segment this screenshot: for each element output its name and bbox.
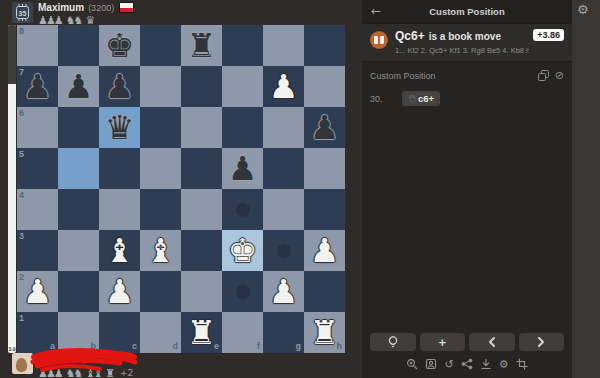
square-g6[interactable] — [263, 107, 304, 148]
square-d6[interactable] — [140, 107, 181, 148]
square-h6[interactable]: ♟ — [304, 107, 345, 148]
square-h5[interactable] — [304, 148, 345, 189]
black-pawn[interactable]: ♟ — [64, 66, 94, 107]
player-rating-top: (3200) — [88, 3, 114, 13]
hint-button[interactable] — [370, 333, 416, 351]
white-pawn[interactable]: ♟ — [269, 66, 299, 107]
square-d7[interactable] — [140, 66, 181, 107]
redaction-scribble — [28, 348, 140, 378]
square-b8[interactable] — [58, 25, 99, 66]
square-a5[interactable]: 5 — [17, 148, 58, 189]
settings-gear-icon[interactable]: ⚙ — [499, 359, 509, 370]
move-number: 30. — [370, 94, 402, 104]
analysis-panel: ← Custom Position Qc6+ is a book move 1.… — [362, 0, 572, 378]
move-list-row: 30. ♛ c6+ — [362, 85, 572, 112]
white-pawn[interactable]: ♟ — [310, 230, 340, 271]
square-c3[interactable]: ♝ — [99, 230, 140, 271]
engine-move: Qc6+ — [395, 29, 425, 43]
square-a7[interactable]: 7♟ — [17, 66, 58, 107]
square-c4[interactable] — [99, 189, 140, 230]
copy-boards-icon[interactable] — [538, 70, 549, 81]
prev-move-button[interactable] — [469, 333, 515, 351]
panel-toolbar: + — [362, 333, 572, 351]
white-pawn[interactable]: ♟ — [105, 271, 135, 312]
reset-icon[interactable]: ↺ — [444, 359, 453, 370]
square-b1[interactable]: b — [58, 312, 99, 353]
black-queen[interactable]: ♛ — [105, 107, 135, 148]
square-a6[interactable]: 6 — [17, 107, 58, 148]
square-c1[interactable]: c — [99, 312, 140, 353]
square-h7[interactable] — [304, 66, 345, 107]
square-a4[interactable]: 4 — [17, 189, 58, 230]
square-g1[interactable]: g — [263, 312, 304, 353]
add-move-button[interactable]: + — [420, 333, 466, 351]
square-h4[interactable] — [304, 189, 345, 230]
square-d3[interactable]: ♝ — [140, 230, 181, 271]
move-hint-dot — [236, 203, 250, 217]
white-rook[interactable]: ♜ — [310, 312, 340, 353]
pieces-icon[interactable] — [425, 358, 437, 370]
square-f1[interactable]: f — [222, 312, 263, 353]
white-pawn[interactable]: ♟ — [269, 271, 299, 312]
square-d8[interactable] — [140, 25, 181, 66]
crop-icon[interactable] — [516, 358, 528, 370]
eval-bar-value: 3.9 — [8, 346, 16, 352]
svg-text:35: 35 — [19, 10, 27, 17]
square-e1[interactable]: e♜ — [181, 312, 222, 353]
square-e8[interactable]: ♜ — [181, 25, 222, 66]
file-label-f: f — [257, 342, 260, 351]
square-g7[interactable]: ♟ — [263, 66, 304, 107]
download-icon[interactable] — [480, 358, 492, 370]
white-rook[interactable]: ♜ — [187, 312, 217, 353]
square-g8[interactable] — [263, 25, 304, 66]
square-a2[interactable]: 2♟ — [17, 271, 58, 312]
chevron-left-icon — [487, 336, 497, 348]
square-a8[interactable]: 8 — [17, 25, 58, 66]
book-icon — [370, 31, 388, 49]
square-f2[interactable] — [222, 271, 263, 312]
square-e3[interactable] — [181, 230, 222, 271]
move-hint-dot — [277, 244, 291, 258]
panel-footer-icons: ↺ ⚙ — [362, 356, 572, 372]
square-f3[interactable]: ♚ — [222, 230, 263, 271]
black-pawn[interactable]: ♟ — [105, 66, 135, 107]
file-label-g: g — [296, 342, 302, 351]
square-e6[interactable] — [181, 107, 222, 148]
square-c2[interactable]: ♟ — [99, 271, 140, 312]
square-f5[interactable]: ♟ — [222, 148, 263, 189]
square-h3[interactable]: ♟ — [304, 230, 345, 271]
square-a1[interactable]: 1a — [17, 312, 58, 353]
square-c5[interactable] — [99, 148, 140, 189]
section-title: Custom Position — [370, 71, 538, 81]
next-move-button[interactable] — [519, 333, 565, 351]
black-king[interactable]: ♚ — [105, 25, 135, 66]
eval-badge: +3.86 — [533, 29, 564, 41]
square-d5[interactable] — [140, 148, 181, 189]
square-g2[interactable]: ♟ — [263, 271, 304, 312]
engine-move-note: is a book move — [429, 31, 501, 42]
back-arrow-icon[interactable]: ← — [371, 4, 381, 18]
eval-bar-black-segment — [8, 25, 16, 84]
black-pawn[interactable]: ♟ — [23, 66, 53, 107]
player-name-top[interactable]: Maximum — [38, 2, 84, 13]
white-pawn[interactable]: ♟ — [23, 271, 53, 312]
black-pawn[interactable]: ♟ — [228, 148, 258, 189]
move-hint-dot — [236, 285, 250, 299]
collapsed-sidebar-strip: ⚙ — [572, 0, 600, 378]
white-bishop[interactable]: ♝ — [105, 230, 135, 271]
panel-header: ← Custom Position — [362, 0, 572, 24]
square-f4[interactable] — [222, 189, 263, 230]
black-rook[interactable]: ♜ — [187, 25, 217, 66]
square-g5[interactable] — [263, 148, 304, 189]
square-e4[interactable] — [181, 189, 222, 230]
square-c6[interactable]: ♛ — [99, 107, 140, 148]
captured-queen-icon: ♛ — [85, 15, 95, 26]
square-f8[interactable] — [222, 25, 263, 66]
square-d2[interactable] — [140, 271, 181, 312]
bot-avatar[interactable]: 35 — [12, 2, 33, 23]
square-d1[interactable]: d — [140, 312, 181, 353]
panel-title: Custom Position — [429, 6, 504, 17]
square-h2[interactable] — [304, 271, 345, 312]
black-queen-mini-icon: ♛ — [408, 93, 417, 104]
square-b4[interactable] — [58, 189, 99, 230]
square-f7[interactable] — [222, 66, 263, 107]
move-san: c6+ — [418, 93, 434, 104]
plus-icon: + — [438, 336, 446, 349]
square-c7[interactable]: ♟ — [99, 66, 140, 107]
engine-line[interactable]: 1... Kf2 2. Qc5+ Kf1 3. Rg8 Be5 4. Kb8 h… — [395, 46, 529, 55]
square-h8[interactable] — [304, 25, 345, 66]
square-g3[interactable] — [263, 230, 304, 271]
player-card-top: 35 Maximum (3200) ♟♟♟♞♞♛ — [12, 2, 134, 26]
square-b3[interactable] — [58, 230, 99, 271]
white-bishop[interactable]: ♝ — [146, 230, 176, 271]
rank-label-3: 3 — [19, 232, 24, 241]
square-c8[interactable]: ♚ — [99, 25, 140, 66]
square-d4[interactable] — [140, 189, 181, 230]
chevron-right-icon — [536, 336, 546, 348]
square-g4[interactable] — [263, 189, 304, 230]
settings-gear-icon-top[interactable]: ⚙ — [577, 2, 589, 17]
square-b5[interactable] — [58, 148, 99, 189]
section-row: Custom Position ⊘ — [362, 62, 572, 85]
no-entry-icon[interactable]: ⊘ — [555, 70, 564, 81]
rank-label-6: 6 — [19, 109, 24, 118]
captured-knight-icon: ♞ — [74, 15, 84, 26]
zoom-in-icon[interactable] — [406, 358, 418, 370]
square-b7[interactable]: ♟ — [58, 66, 99, 107]
square-h1[interactable]: h♜ — [304, 312, 345, 353]
share-icon[interactable] — [461, 358, 473, 370]
eval-bar: 3.9 — [8, 25, 16, 353]
rank-label-8: 8 — [19, 27, 24, 36]
black-pawn[interactable]: ♟ — [310, 107, 340, 148]
lightbulb-icon — [386, 335, 400, 349]
square-e2[interactable] — [181, 271, 222, 312]
square-e5[interactable] — [181, 148, 222, 189]
rank-label-5: 5 — [19, 150, 24, 159]
square-e7[interactable] — [181, 66, 222, 107]
captured-pawn-icon: ♟ — [54, 15, 64, 26]
square-b6[interactable] — [58, 107, 99, 148]
rank-label-4: 4 — [19, 191, 24, 200]
rank-label-1: 1 — [19, 314, 24, 323]
move-chip-qc6[interactable]: ♛ c6+ — [402, 91, 440, 106]
file-label-d: d — [173, 342, 179, 351]
square-b2[interactable] — [58, 271, 99, 312]
chess-board[interactable]: 8♚♜7♟♟♟♟6♛♟5♟43♝♝♚♟2♟♟♟1abcde♜fgh♜ — [17, 25, 345, 353]
poland-flag-icon — [119, 2, 134, 13]
cpu-chip-icon: 35 — [12, 2, 33, 23]
square-a3[interactable]: 3 — [17, 230, 58, 271]
white-king[interactable]: ♚ — [228, 230, 258, 271]
engine-suggestion-box[interactable]: Qc6+ is a book move 1... Kf2 2. Qc5+ Kf1… — [362, 24, 572, 62]
square-f6[interactable] — [222, 107, 263, 148]
